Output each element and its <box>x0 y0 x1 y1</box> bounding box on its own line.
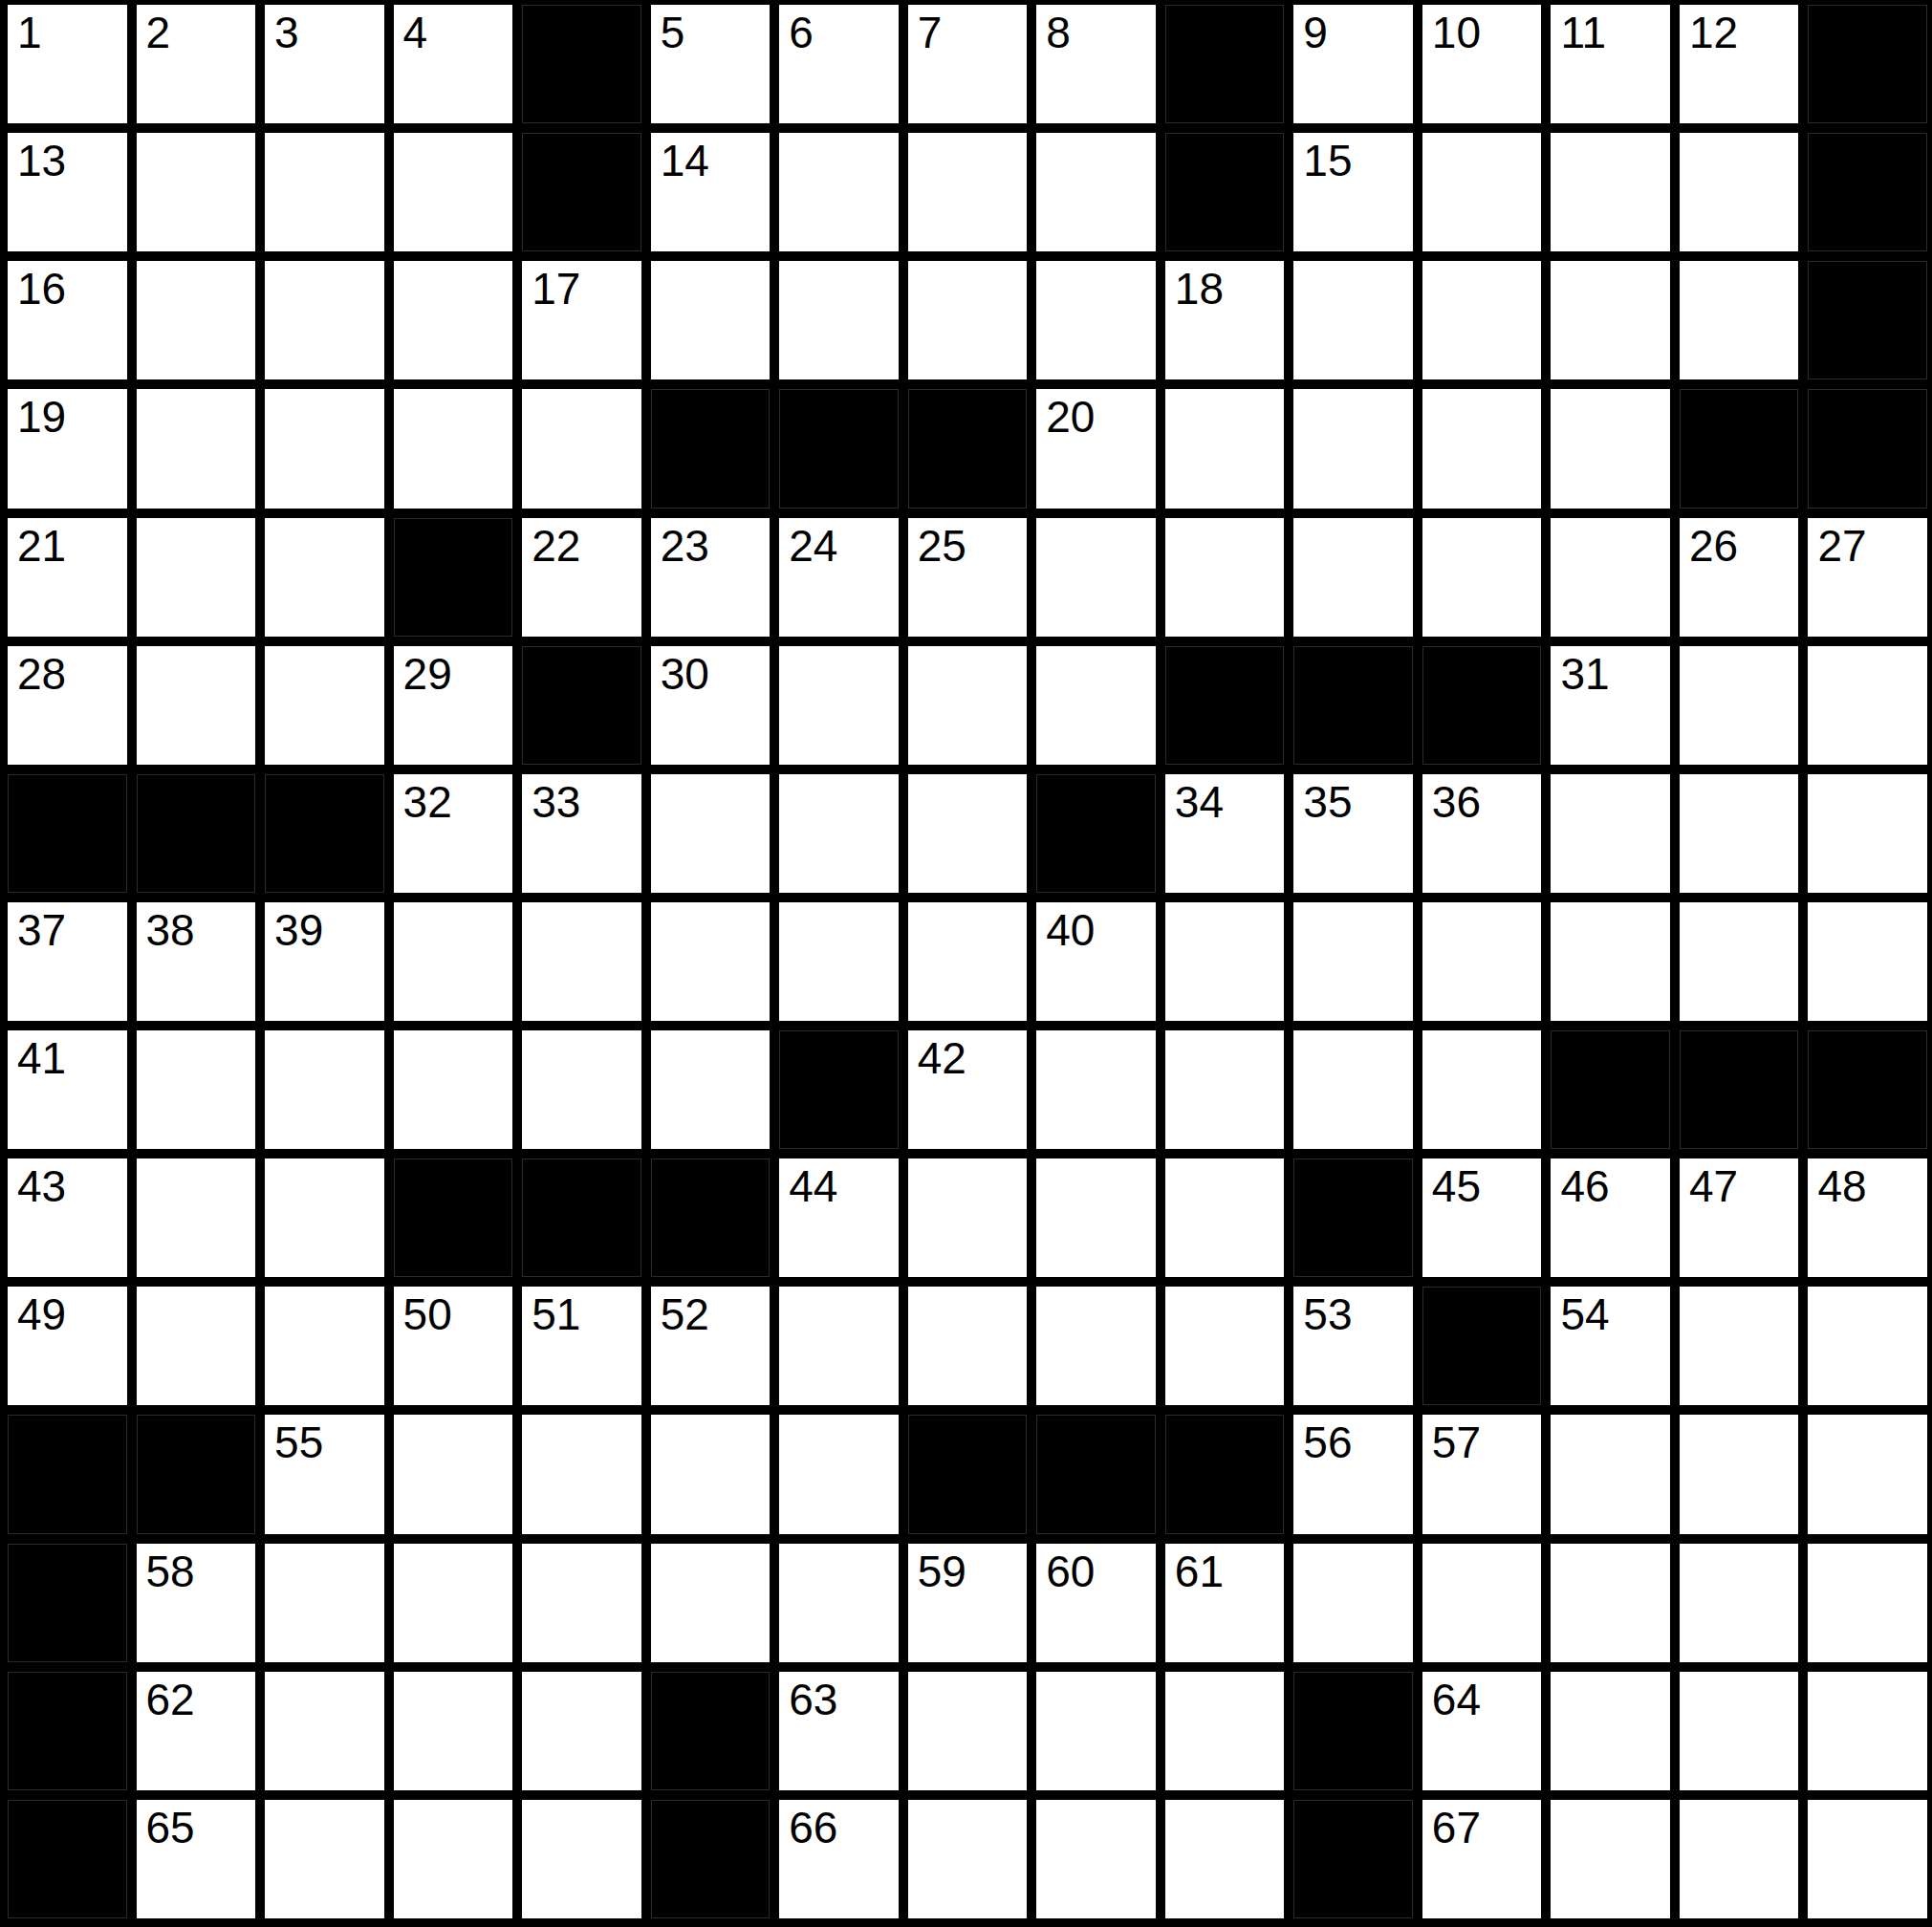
clue-number-23: 23 <box>661 521 709 572</box>
clue-number-15: 15 <box>1303 136 1352 186</box>
cell-r11c6[interactable]: 52 <box>651 1287 771 1405</box>
cell-r9c2[interactable] <box>137 1030 256 1149</box>
cell-r10c12[interactable]: 45 <box>1422 1158 1542 1277</box>
clue-number-44: 44 <box>789 1161 837 1212</box>
cell-r10c15[interactable]: 48 <box>1808 1158 1927 1277</box>
cell-r6c7[interactable] <box>779 646 899 765</box>
cell-r15c14[interactable] <box>1680 1800 1799 1918</box>
cell-r15c6 <box>651 1800 771 1918</box>
cell-r4c10[interactable] <box>1165 389 1285 508</box>
cell-r5c14[interactable]: 26 <box>1680 518 1799 637</box>
clue-number-47: 47 <box>1689 1161 1738 1212</box>
cell-r10c2[interactable] <box>137 1158 256 1277</box>
cell-r6c9[interactable] <box>1036 646 1156 765</box>
clue-number-13: 13 <box>17 136 66 186</box>
cell-r1c7[interactable]: 6 <box>779 5 899 123</box>
cell-r9c13 <box>1551 1030 1670 1149</box>
cell-r10c4 <box>394 1158 513 1277</box>
cell-r1c12[interactable]: 10 <box>1422 5 1542 123</box>
cell-r9c15 <box>1808 1030 1927 1149</box>
cell-r1c5 <box>522 5 641 123</box>
cell-r5c11[interactable] <box>1293 518 1413 637</box>
clue-number-45: 45 <box>1432 1161 1481 1212</box>
cell-r1c3[interactable]: 3 <box>265 5 384 123</box>
clue-number-61: 61 <box>1175 1547 1224 1597</box>
cell-r7c9 <box>1036 774 1156 893</box>
cell-r13c15[interactable] <box>1808 1544 1927 1662</box>
cell-r13c5[interactable] <box>522 1544 641 1662</box>
clue-number-49: 49 <box>17 1289 66 1340</box>
cell-r10c14[interactable]: 47 <box>1680 1158 1799 1277</box>
cell-r7c7[interactable] <box>779 774 899 893</box>
clue-number-57: 57 <box>1432 1418 1481 1468</box>
clue-number-59: 59 <box>918 1547 966 1597</box>
clue-number-62: 62 <box>146 1675 195 1725</box>
cell-r12c2 <box>137 1415 256 1533</box>
cell-r2c12[interactable] <box>1422 133 1542 251</box>
cell-r3c10[interactable]: 18 <box>1165 261 1285 379</box>
cell-r12c3[interactable]: 55 <box>265 1415 384 1533</box>
cell-r14c1 <box>8 1672 127 1790</box>
cell-r4c5[interactable] <box>522 389 641 508</box>
cell-r7c11[interactable]: 35 <box>1293 774 1413 893</box>
cell-r15c4[interactable] <box>394 1800 513 1918</box>
crossword-grid: 1234567891011121314151617181920212223242… <box>0 0 1932 1927</box>
cell-r11c4[interactable]: 50 <box>394 1287 513 1405</box>
cell-r2c5 <box>522 133 641 251</box>
cell-r11c9[interactable] <box>1036 1287 1156 1405</box>
cell-r3c3[interactable] <box>265 261 384 379</box>
cell-r14c9[interactable] <box>1036 1672 1156 1790</box>
cell-r12c14[interactable] <box>1680 1415 1799 1533</box>
clue-number-41: 41 <box>17 1033 66 1084</box>
cell-r3c13[interactable] <box>1551 261 1670 379</box>
cell-r11c10[interactable] <box>1165 1287 1285 1405</box>
cell-r15c8[interactable] <box>908 1800 1028 1918</box>
cell-r4c9[interactable]: 20 <box>1036 389 1156 508</box>
cell-r15c13[interactable] <box>1551 1800 1670 1918</box>
clue-number-21: 21 <box>17 521 66 572</box>
cell-r7c13[interactable] <box>1551 774 1670 893</box>
cell-r5c1[interactable]: 21 <box>8 518 127 637</box>
clue-number-46: 46 <box>1560 1161 1609 1212</box>
cell-r14c11 <box>1293 1672 1413 1790</box>
clue-number-58: 58 <box>146 1547 195 1597</box>
clue-number-28: 28 <box>17 649 66 700</box>
cell-r13c2[interactable]: 58 <box>137 1544 256 1662</box>
cell-r6c13[interactable]: 31 <box>1551 646 1670 765</box>
cell-r13c8[interactable]: 59 <box>908 1544 1028 1662</box>
clue-number-43: 43 <box>17 1161 66 1212</box>
cell-r1c6[interactable]: 5 <box>651 5 771 123</box>
cell-r12c6[interactable] <box>651 1415 771 1533</box>
cell-r6c15[interactable] <box>1808 646 1927 765</box>
clue-number-11: 11 <box>1560 8 1606 58</box>
cell-r5c12[interactable] <box>1422 518 1542 637</box>
clue-number-35: 35 <box>1303 777 1352 828</box>
clue-number-33: 33 <box>532 777 580 828</box>
clue-number-6: 6 <box>789 8 814 58</box>
cell-r5c8[interactable]: 25 <box>908 518 1028 637</box>
cell-r11c12 <box>1422 1287 1542 1405</box>
cell-r10c3[interactable] <box>265 1158 384 1277</box>
cell-r8c6[interactable] <box>651 902 771 1021</box>
cell-r5c4 <box>394 518 513 637</box>
cell-r3c4[interactable] <box>394 261 513 379</box>
clue-number-22: 22 <box>532 521 580 572</box>
clue-number-67: 67 <box>1432 1803 1481 1853</box>
cell-r7c6[interactable] <box>651 774 771 893</box>
cell-r4c8 <box>908 389 1028 508</box>
clue-number-32: 32 <box>403 777 452 828</box>
cell-r5c5[interactable]: 22 <box>522 518 641 637</box>
cell-r10c8[interactable] <box>908 1158 1028 1277</box>
cell-r14c14[interactable] <box>1680 1672 1799 1790</box>
cell-r4c3[interactable] <box>265 389 384 508</box>
clue-number-18: 18 <box>1175 264 1224 314</box>
cell-r4c11[interactable] <box>1293 389 1413 508</box>
cell-r8c9[interactable]: 40 <box>1036 902 1156 1021</box>
cell-r6c2[interactable] <box>137 646 256 765</box>
cell-r9c7 <box>779 1030 899 1149</box>
clue-number-2: 2 <box>146 8 171 58</box>
cell-r15c3[interactable] <box>265 1800 384 1918</box>
cell-r10c6 <box>651 1158 771 1277</box>
clue-number-7: 7 <box>918 8 943 58</box>
cell-r14c2[interactable]: 62 <box>137 1672 256 1790</box>
clue-number-37: 37 <box>17 905 66 956</box>
cell-r15c12[interactable]: 67 <box>1422 1800 1542 1918</box>
cell-r4c6 <box>651 389 771 508</box>
cell-r1c2[interactable]: 2 <box>137 5 256 123</box>
cell-r6c8[interactable] <box>908 646 1028 765</box>
cell-r7c3 <box>265 774 384 893</box>
clue-number-42: 42 <box>918 1033 966 1084</box>
clue-number-39: 39 <box>274 905 323 956</box>
cell-r12c12[interactable]: 57 <box>1422 1415 1542 1533</box>
cell-r3c2[interactable] <box>137 261 256 379</box>
cell-r12c4[interactable] <box>394 1415 513 1533</box>
clue-number-65: 65 <box>146 1803 195 1853</box>
cell-r1c13[interactable]: 11 <box>1551 5 1670 123</box>
clue-number-3: 3 <box>274 8 299 58</box>
cell-r4c14 <box>1680 389 1799 508</box>
clue-number-30: 30 <box>661 649 709 700</box>
cell-r10c1[interactable]: 43 <box>8 1158 127 1277</box>
cell-r14c12[interactable]: 64 <box>1422 1672 1542 1790</box>
cell-r8c3[interactable]: 39 <box>265 902 384 1021</box>
cell-r5c9[interactable] <box>1036 518 1156 637</box>
cell-r11c2[interactable] <box>137 1287 256 1405</box>
cell-r8c13[interactable] <box>1551 902 1670 1021</box>
cell-r15c2[interactable]: 65 <box>137 1800 256 1918</box>
cell-r4c2[interactable] <box>137 389 256 508</box>
cell-r1c11[interactable]: 9 <box>1293 5 1413 123</box>
cell-r4c4[interactable] <box>394 389 513 508</box>
cell-r9c5[interactable] <box>522 1030 641 1149</box>
cell-r3c15 <box>1808 261 1927 379</box>
clue-number-52: 52 <box>661 1289 709 1340</box>
cell-r11c8[interactable] <box>908 1287 1028 1405</box>
cell-r3c14[interactable] <box>1680 261 1799 379</box>
cell-r6c10 <box>1165 646 1285 765</box>
cell-r4c1[interactable]: 19 <box>8 389 127 508</box>
cell-r6c12 <box>1422 646 1542 765</box>
cell-r1c8[interactable]: 7 <box>908 5 1028 123</box>
cell-r12c9 <box>1036 1415 1156 1533</box>
cell-r8c7[interactable] <box>779 902 899 1021</box>
cell-r7c15[interactable] <box>1808 774 1927 893</box>
cell-r13c9[interactable]: 60 <box>1036 1544 1156 1662</box>
cell-r9c4[interactable] <box>394 1030 513 1149</box>
cell-r3c7[interactable] <box>779 261 899 379</box>
cell-r15c11 <box>1293 1800 1413 1918</box>
cell-r14c5[interactable] <box>522 1672 641 1790</box>
cell-r10c13[interactable]: 46 <box>1551 1158 1670 1277</box>
clue-number-56: 56 <box>1303 1418 1352 1468</box>
clue-number-12: 12 <box>1689 8 1738 58</box>
cell-r3c6[interactable] <box>651 261 771 379</box>
cell-r7c4[interactable]: 32 <box>394 774 513 893</box>
cell-r9c12[interactable] <box>1422 1030 1542 1149</box>
clue-number-40: 40 <box>1046 905 1095 956</box>
cell-r12c11[interactable]: 56 <box>1293 1415 1413 1533</box>
cell-r5c3[interactable] <box>265 518 384 637</box>
cell-r8c2[interactable]: 38 <box>137 902 256 1021</box>
cell-r8c1[interactable]: 37 <box>8 902 127 1021</box>
cell-r3c12[interactable] <box>1422 261 1542 379</box>
cell-r4c15 <box>1808 389 1927 508</box>
cell-r15c5[interactable] <box>522 1800 641 1918</box>
cell-r12c10 <box>1165 1415 1285 1533</box>
cell-r9c8[interactable]: 42 <box>908 1030 1028 1149</box>
clue-number-14: 14 <box>661 136 709 186</box>
clue-number-9: 9 <box>1303 8 1328 58</box>
cell-r13c13[interactable] <box>1551 1544 1670 1662</box>
clue-number-34: 34 <box>1175 777 1224 828</box>
clue-number-16: 16 <box>17 264 66 314</box>
clue-number-51: 51 <box>532 1289 580 1340</box>
cell-r6c5 <box>522 646 641 765</box>
cell-r7c14[interactable] <box>1680 774 1799 893</box>
cell-r12c15[interactable] <box>1808 1415 1927 1533</box>
cell-r6c1[interactable]: 28 <box>8 646 127 765</box>
cell-r6c4[interactable]: 29 <box>394 646 513 765</box>
cell-r2c8[interactable] <box>908 133 1028 251</box>
cell-r13c3[interactable] <box>265 1544 384 1662</box>
cell-r9c1[interactable]: 41 <box>8 1030 127 1149</box>
cell-r15c1 <box>8 1800 127 1918</box>
cell-r8c12[interactable] <box>1422 902 1542 1021</box>
clue-number-1: 1 <box>17 8 42 58</box>
cell-r8c4[interactable] <box>394 902 513 1021</box>
cell-r2c15 <box>1808 133 1927 251</box>
clue-number-17: 17 <box>532 264 580 314</box>
cell-r1c1[interactable]: 1 <box>8 5 127 123</box>
cell-r5c15[interactable]: 27 <box>1808 518 1927 637</box>
cell-r4c13[interactable] <box>1551 389 1670 508</box>
cell-r12c13[interactable] <box>1551 1415 1670 1533</box>
clue-number-38: 38 <box>146 905 195 956</box>
cell-r8c14[interactable] <box>1680 902 1799 1021</box>
cell-r9c10[interactable] <box>1165 1030 1285 1149</box>
cell-r6c3[interactable] <box>265 646 384 765</box>
cell-r11c3[interactable] <box>265 1287 384 1405</box>
cell-r2c1[interactable]: 13 <box>8 133 127 251</box>
cell-r9c6[interactable] <box>651 1030 771 1149</box>
clue-number-25: 25 <box>918 521 966 572</box>
cell-r6c6[interactable]: 30 <box>651 646 771 765</box>
cell-r15c7[interactable]: 66 <box>779 1800 899 1918</box>
cell-r11c1[interactable]: 49 <box>8 1287 127 1405</box>
cell-r12c8 <box>908 1415 1028 1533</box>
cell-r7c8[interactable] <box>908 774 1028 893</box>
cell-r3c9[interactable] <box>1036 261 1156 379</box>
cell-r14c13[interactable] <box>1551 1672 1670 1790</box>
clue-number-53: 53 <box>1303 1289 1352 1340</box>
cell-r1c10 <box>1165 5 1285 123</box>
cell-r3c8[interactable] <box>908 261 1028 379</box>
clue-number-50: 50 <box>403 1289 452 1340</box>
clue-number-54: 54 <box>1560 1289 1609 1340</box>
cell-r15c10[interactable] <box>1165 1800 1285 1918</box>
cell-r6c11 <box>1293 646 1413 765</box>
clue-number-24: 24 <box>789 521 837 572</box>
cell-r13c1 <box>8 1544 127 1662</box>
cell-r14c8[interactable] <box>908 1672 1028 1790</box>
clue-number-60: 60 <box>1046 1547 1095 1597</box>
cell-r4c7 <box>779 389 899 508</box>
cell-r9c11[interactable] <box>1293 1030 1413 1149</box>
clue-number-36: 36 <box>1432 777 1481 828</box>
clue-number-63: 63 <box>789 1675 837 1725</box>
clue-number-10: 10 <box>1432 8 1481 58</box>
cell-r13c7[interactable] <box>779 1544 899 1662</box>
clue-number-66: 66 <box>789 1803 837 1853</box>
cell-r6c14[interactable] <box>1680 646 1799 765</box>
cell-r12c1 <box>8 1415 127 1533</box>
cell-r9c9[interactable] <box>1036 1030 1156 1149</box>
cell-r2c7[interactable] <box>779 133 899 251</box>
cell-r11c13[interactable]: 54 <box>1551 1287 1670 1405</box>
cell-r1c14[interactable]: 12 <box>1680 5 1799 123</box>
cell-r9c3[interactable] <box>265 1030 384 1149</box>
cell-r13c10[interactable]: 61 <box>1165 1544 1285 1662</box>
cell-r11c7[interactable] <box>779 1287 899 1405</box>
cell-r11c15[interactable] <box>1808 1287 1927 1405</box>
cell-r10c10[interactable] <box>1165 1158 1285 1277</box>
cell-r7c1 <box>8 774 127 893</box>
cell-r8c15[interactable] <box>1808 902 1927 1021</box>
cell-r2c13[interactable] <box>1551 133 1670 251</box>
cell-r10c11 <box>1293 1158 1413 1277</box>
cell-r13c12[interactable] <box>1422 1544 1542 1662</box>
cell-r5c10[interactable] <box>1165 518 1285 637</box>
cell-r1c15 <box>1808 5 1927 123</box>
cell-r10c7[interactable]: 44 <box>779 1158 899 1277</box>
cell-r2c11[interactable]: 15 <box>1293 133 1413 251</box>
cell-r7c10[interactable]: 34 <box>1165 774 1285 893</box>
cell-r13c4[interactable] <box>394 1544 513 1662</box>
cell-r3c1[interactable]: 16 <box>8 261 127 379</box>
cell-r4c12[interactable] <box>1422 389 1542 508</box>
clue-number-19: 19 <box>17 392 66 443</box>
clue-number-29: 29 <box>403 649 452 700</box>
cell-r2c10 <box>1165 133 1285 251</box>
cell-r14c10[interactable] <box>1165 1672 1285 1790</box>
cell-r3c11[interactable] <box>1293 261 1413 379</box>
cell-r14c7[interactable]: 63 <box>779 1672 899 1790</box>
clue-number-48: 48 <box>1817 1161 1866 1212</box>
clue-number-4: 4 <box>403 8 428 58</box>
cell-r12c5[interactable] <box>522 1415 641 1533</box>
cell-r8c11[interactable] <box>1293 902 1413 1021</box>
cell-r2c3[interactable] <box>265 133 384 251</box>
cell-r5c2[interactable] <box>137 518 256 637</box>
clue-number-27: 27 <box>1817 521 1866 572</box>
cell-r10c5 <box>522 1158 641 1277</box>
cell-r7c5[interactable]: 33 <box>522 774 641 893</box>
cell-r12c7[interactable] <box>779 1415 899 1533</box>
cell-r7c2 <box>137 774 256 893</box>
cell-r14c4[interactable] <box>394 1672 513 1790</box>
cell-r14c15[interactable] <box>1808 1672 1927 1790</box>
cell-r1c4[interactable]: 4 <box>394 5 513 123</box>
cell-r2c4[interactable] <box>394 133 513 251</box>
cell-r3c5[interactable]: 17 <box>522 261 641 379</box>
cell-r13c11[interactable] <box>1293 1544 1413 1662</box>
cell-r8c5[interactable] <box>522 902 641 1021</box>
cell-r11c11[interactable]: 53 <box>1293 1287 1413 1405</box>
cell-r15c15[interactable] <box>1808 1800 1927 1918</box>
cell-r2c14[interactable] <box>1680 133 1799 251</box>
cell-r13c6[interactable] <box>651 1544 771 1662</box>
cell-r10c9[interactable] <box>1036 1158 1156 1277</box>
cell-r7c12[interactable]: 36 <box>1422 774 1542 893</box>
clue-number-64: 64 <box>1432 1675 1481 1725</box>
cell-r2c9[interactable] <box>1036 133 1156 251</box>
cell-r5c6[interactable]: 23 <box>651 518 771 637</box>
clue-number-26: 26 <box>1689 521 1738 572</box>
cell-r15c9[interactable] <box>1036 1800 1156 1918</box>
cell-r14c3[interactable] <box>265 1672 384 1790</box>
cell-r14c6 <box>651 1672 771 1790</box>
clue-number-8: 8 <box>1046 8 1071 58</box>
cell-r11c5[interactable]: 51 <box>522 1287 641 1405</box>
clue-number-5: 5 <box>661 8 685 58</box>
clue-number-55: 55 <box>274 1418 323 1468</box>
cell-r5c13[interactable] <box>1551 518 1670 637</box>
cell-r8c10[interactable] <box>1165 902 1285 1021</box>
cell-r9c14 <box>1680 1030 1799 1149</box>
cell-r1c9[interactable]: 8 <box>1036 5 1156 123</box>
cell-r5c7[interactable]: 24 <box>779 518 899 637</box>
cell-r2c6[interactable]: 14 <box>651 133 771 251</box>
clue-number-31: 31 <box>1560 649 1609 700</box>
cell-r13c14[interactable] <box>1680 1544 1799 1662</box>
cell-r11c14[interactable] <box>1680 1287 1799 1405</box>
cell-r2c2[interactable] <box>137 133 256 251</box>
cell-r8c8[interactable] <box>908 902 1028 1021</box>
clue-number-20: 20 <box>1046 392 1095 443</box>
